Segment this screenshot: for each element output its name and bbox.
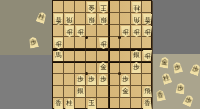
piece-glyph: 銀 — [100, 16, 106, 22]
piece-glyph: 歩 — [55, 40, 61, 46]
piece-glyph: 香 — [144, 101, 150, 107]
board-square[interactable] — [53, 62, 64, 74]
board-square[interactable] — [64, 62, 75, 74]
board-square[interactable] — [97, 98, 108, 109]
board-square[interactable] — [64, 37, 75, 49]
piece-gote[interactable]: 歩 — [143, 26, 152, 37]
piece-glyph: 香 — [55, 101, 61, 107]
board-square[interactable] — [120, 13, 131, 25]
board-square[interactable] — [86, 62, 97, 74]
piece-glyph: 金 — [122, 89, 128, 95]
shogi-board: 金王桂香飛銀銀角香歩歩歩歩歩歩歩馬銀歩金歩歩歩歩歩銀金飛香桂玉香 — [52, 0, 152, 109]
board-square[interactable] — [109, 25, 120, 37]
piece-glyph: 香 — [157, 92, 165, 100]
piece-glyph: 飛 — [144, 89, 150, 95]
piece-glyph: 歩 — [144, 52, 150, 58]
board-square[interactable] — [86, 86, 97, 98]
board-square[interactable] — [120, 37, 131, 49]
piece-glyph: 銀 — [133, 52, 139, 58]
piece-glyph: 角 — [133, 16, 139, 22]
board-square[interactable] — [64, 1, 75, 13]
board-square[interactable] — [97, 25, 108, 37]
board-square[interactable] — [109, 98, 120, 109]
board-square[interactable] — [109, 37, 120, 49]
board-square[interactable] — [86, 49, 97, 61]
board-square[interactable] — [109, 86, 120, 98]
board-square[interactable] — [86, 37, 97, 49]
piece-glyph: 歩 — [78, 28, 84, 34]
piece-glyph: 歩 — [100, 76, 106, 82]
piece-glyph: 歩 — [78, 76, 84, 82]
board-square[interactable] — [142, 1, 153, 13]
piece-glyph: 歩 — [66, 28, 72, 34]
board-square[interactable] — [97, 86, 108, 98]
piece-glyph: 王 — [100, 4, 106, 10]
piece-glyph: 歩 — [122, 76, 128, 82]
board-square[interactable] — [97, 49, 108, 61]
board-square[interactable] — [120, 49, 131, 61]
piece-glyph: 玉 — [89, 101, 95, 107]
piece-glyph: 歩 — [133, 28, 139, 34]
board-square[interactable] — [142, 37, 153, 49]
board-square[interactable] — [75, 62, 86, 74]
background-top-right — [152, 0, 200, 54]
piece-glyph: 歩 — [144, 28, 150, 34]
board-square[interactable] — [75, 1, 86, 13]
board-square[interactable] — [109, 1, 120, 13]
piece-glyph: 歩 — [122, 28, 128, 34]
piece-glyph: 桂 — [133, 4, 139, 10]
board-square[interactable] — [75, 49, 86, 61]
board-square[interactable] — [86, 25, 97, 37]
board-square[interactable] — [142, 74, 153, 86]
board-square[interactable] — [75, 37, 86, 49]
board-square[interactable] — [120, 1, 131, 13]
piece-glyph: 歩 — [30, 39, 38, 47]
board-square[interactable] — [131, 37, 142, 49]
piece-glyph: 香 — [55, 16, 61, 22]
board-square[interactable] — [109, 49, 120, 61]
shogi-app-window: 金王桂香飛銀銀角香歩歩歩歩歩歩歩馬銀歩金歩歩歩歩歩銀金飛香桂玉香 桂歩 金歩歩桂… — [0, 0, 200, 109]
background-bottom-left — [0, 55, 52, 109]
piece-gote[interactable]: 香 — [54, 14, 63, 25]
board-square[interactable] — [64, 49, 75, 61]
board-square[interactable] — [75, 13, 86, 25]
board-square[interactable] — [109, 74, 120, 86]
piece-glyph: 歩 — [174, 64, 182, 72]
board-square[interactable] — [131, 74, 142, 86]
piece-glyph: 銀 — [78, 89, 84, 95]
piece-gote[interactable]: 香 — [143, 14, 152, 25]
board-square[interactable] — [64, 74, 75, 86]
board-square[interactable] — [109, 62, 120, 74]
board-square[interactable] — [75, 98, 86, 109]
piece-glyph: 飛 — [66, 16, 72, 22]
board-square[interactable] — [131, 86, 142, 98]
piece-glyph: 歩 — [177, 85, 184, 92]
piece-glyph: 金 — [100, 64, 106, 70]
board-square[interactable] — [53, 74, 64, 86]
board-square[interactable] — [120, 98, 131, 109]
piece-glyph: 金 — [89, 4, 95, 10]
piece-glyph: 香 — [144, 16, 150, 22]
piece-glyph: 馬 — [55, 52, 61, 58]
board-square[interactable] — [120, 62, 131, 74]
board-square[interactable] — [131, 98, 142, 109]
piece-glyph: 歩 — [100, 40, 106, 46]
piece-glyph: 銀 — [89, 16, 95, 22]
board-square[interactable] — [109, 13, 120, 25]
piece-gote[interactable]: 歩 — [54, 38, 63, 49]
piece-glyph: 金 — [161, 59, 168, 66]
board-square[interactable] — [53, 1, 64, 13]
board-square[interactable] — [53, 86, 64, 98]
piece-glyph: 桂 — [66, 101, 72, 107]
board-square[interactable] — [142, 62, 153, 74]
piece-glyph: 歩 — [89, 76, 95, 82]
piece-glyph: 歩 — [133, 64, 139, 70]
background-top-left — [0, 0, 52, 55]
board-square[interactable] — [64, 86, 75, 98]
board-square[interactable] — [53, 25, 64, 37]
